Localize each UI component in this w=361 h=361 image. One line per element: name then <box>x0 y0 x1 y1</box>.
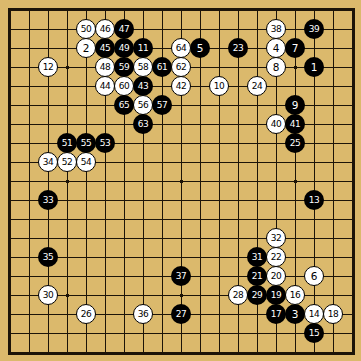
stone-white-30: 30 <box>38 285 58 305</box>
stone-white-62: 62 <box>171 57 191 77</box>
stone-white-46: 46 <box>95 19 115 39</box>
stone-white-58: 58 <box>133 57 153 77</box>
stone-white-10: 10 <box>209 76 229 96</box>
stone-white-20: 20 <box>266 266 286 286</box>
stone-white-34: 34 <box>38 152 58 172</box>
stone-black-19: 19 <box>266 285 286 305</box>
star-point <box>180 180 183 183</box>
stone-black-13: 13 <box>304 190 324 210</box>
stone-black-57: 57 <box>152 95 172 115</box>
stone-black-17: 17 <box>266 304 286 324</box>
go-board[interactable]: 1234567891011121314151617181920212223242… <box>0 0 361 361</box>
stone-black-21: 21 <box>247 266 267 286</box>
stone-black-5: 5 <box>190 38 210 58</box>
stone-black-23: 23 <box>228 38 248 58</box>
stone-white-32: 32 <box>266 228 286 248</box>
stone-white-2: 2 <box>76 38 96 58</box>
stone-white-16: 16 <box>285 285 305 305</box>
stone-black-11: 11 <box>133 38 153 58</box>
stone-black-15: 15 <box>304 323 324 343</box>
stone-black-29: 29 <box>247 285 267 305</box>
stone-white-60: 60 <box>114 76 134 96</box>
star-point <box>294 66 297 69</box>
stone-black-61: 61 <box>152 57 172 77</box>
stone-white-28: 28 <box>228 285 248 305</box>
stone-black-55: 55 <box>76 133 96 153</box>
stone-black-49: 49 <box>114 38 134 58</box>
stone-black-47: 47 <box>114 19 134 39</box>
stone-black-59: 59 <box>114 57 134 77</box>
stone-white-14: 14 <box>304 304 324 324</box>
stone-white-6: 6 <box>304 266 324 286</box>
stone-white-44: 44 <box>95 76 115 96</box>
stone-white-50: 50 <box>76 19 96 39</box>
stone-white-54: 54 <box>76 152 96 172</box>
stone-white-38: 38 <box>266 19 286 39</box>
stone-white-12: 12 <box>38 57 58 77</box>
stone-white-48: 48 <box>95 57 115 77</box>
stone-white-40: 40 <box>266 114 286 134</box>
stone-black-31: 31 <box>247 247 267 267</box>
stone-black-53: 53 <box>95 133 115 153</box>
stone-white-52: 52 <box>57 152 77 172</box>
stone-black-3: 3 <box>285 304 305 324</box>
stone-black-43: 43 <box>133 76 153 96</box>
star-point <box>66 180 69 183</box>
stone-white-4: 4 <box>266 38 286 58</box>
stone-white-64: 64 <box>171 38 191 58</box>
stone-black-27: 27 <box>171 304 191 324</box>
star-point <box>66 294 69 297</box>
stone-black-39: 39 <box>304 19 324 39</box>
stone-white-26: 26 <box>76 304 96 324</box>
stone-black-41: 41 <box>285 114 305 134</box>
stone-black-63: 63 <box>133 114 153 134</box>
stone-black-37: 37 <box>171 266 191 286</box>
stone-black-51: 51 <box>57 133 77 153</box>
star-point <box>180 294 183 297</box>
stone-black-1: 1 <box>304 57 324 77</box>
stone-black-9: 9 <box>285 95 305 115</box>
stone-white-24: 24 <box>247 76 267 96</box>
stone-white-22: 22 <box>266 247 286 267</box>
stone-black-65: 65 <box>114 95 134 115</box>
star-point <box>66 66 69 69</box>
stone-white-36: 36 <box>133 304 153 324</box>
stone-white-42: 42 <box>171 76 191 96</box>
stone-black-45: 45 <box>95 38 115 58</box>
stone-black-35: 35 <box>38 247 58 267</box>
stone-white-8: 8 <box>266 57 286 77</box>
stone-black-33: 33 <box>38 190 58 210</box>
stone-white-18: 18 <box>323 304 343 324</box>
stone-black-7: 7 <box>285 38 305 58</box>
stone-black-25: 25 <box>285 133 305 153</box>
stone-white-56: 56 <box>133 95 153 115</box>
star-point <box>294 180 297 183</box>
